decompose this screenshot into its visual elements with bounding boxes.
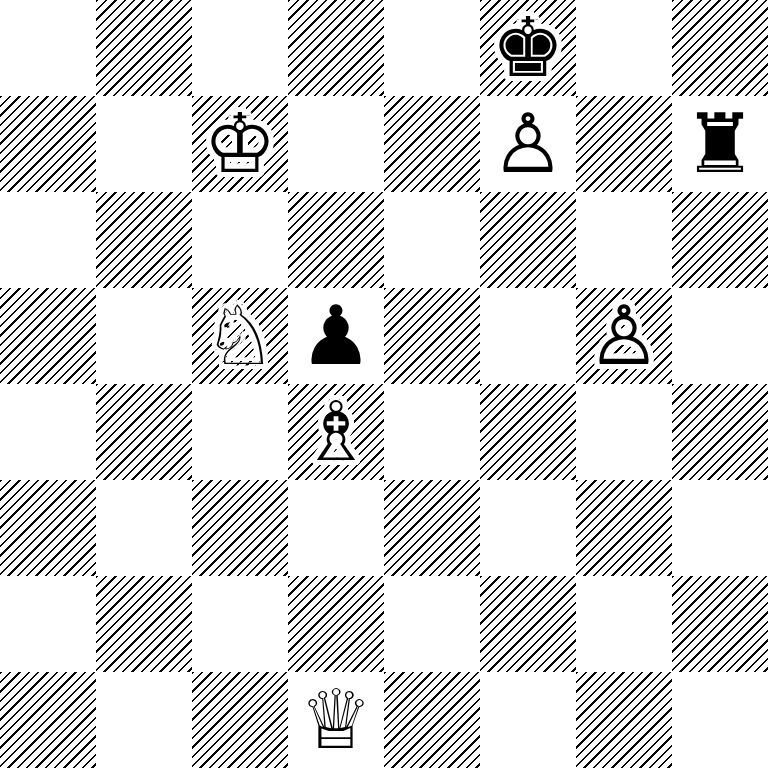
square-c5[interactable]: ♘ xyxy=(192,288,288,384)
square-a1[interactable] xyxy=(0,672,96,768)
square-f4[interactable] xyxy=(480,384,576,480)
square-h8[interactable] xyxy=(672,0,768,96)
square-e8[interactable] xyxy=(384,0,480,96)
square-g2[interactable] xyxy=(576,576,672,672)
square-d8[interactable] xyxy=(288,0,384,96)
square-c4[interactable] xyxy=(192,384,288,480)
square-c6[interactable] xyxy=(192,192,288,288)
square-f6[interactable] xyxy=(480,192,576,288)
square-a4[interactable] xyxy=(0,384,96,480)
square-e2[interactable] xyxy=(384,576,480,672)
white-knight-icon[interactable]: ♘ xyxy=(203,288,277,384)
square-f2[interactable] xyxy=(480,576,576,672)
square-f5[interactable] xyxy=(480,288,576,384)
square-d4[interactable]: ♗ xyxy=(288,384,384,480)
square-h4[interactable] xyxy=(672,384,768,480)
square-f7[interactable]: ♙ xyxy=(480,96,576,192)
square-c8[interactable] xyxy=(192,0,288,96)
square-g4[interactable] xyxy=(576,384,672,480)
square-c2[interactable] xyxy=(192,576,288,672)
square-e7[interactable] xyxy=(384,96,480,192)
square-f8[interactable]: ♚ xyxy=(480,0,576,96)
square-e4[interactable] xyxy=(384,384,480,480)
square-h3[interactable] xyxy=(672,480,768,576)
white-queen-icon[interactable]: ♕ xyxy=(299,672,373,768)
square-h6[interactable] xyxy=(672,192,768,288)
square-c1[interactable] xyxy=(192,672,288,768)
square-b7[interactable] xyxy=(96,96,192,192)
square-b1[interactable] xyxy=(96,672,192,768)
chess-diagram: ♚♔♙♜♘♟♙♗♕ xyxy=(0,0,768,768)
white-pawn-icon[interactable]: ♙ xyxy=(491,96,565,192)
square-b5[interactable] xyxy=(96,288,192,384)
square-d5[interactable]: ♟ xyxy=(288,288,384,384)
square-g7[interactable] xyxy=(576,96,672,192)
square-d6[interactable] xyxy=(288,192,384,288)
square-d7[interactable] xyxy=(288,96,384,192)
square-a2[interactable] xyxy=(0,576,96,672)
white-bishop-icon[interactable]: ♗ xyxy=(299,384,373,480)
square-a7[interactable] xyxy=(0,96,96,192)
square-g6[interactable] xyxy=(576,192,672,288)
square-d2[interactable] xyxy=(288,576,384,672)
white-king-icon[interactable]: ♔ xyxy=(203,96,277,192)
square-e6[interactable] xyxy=(384,192,480,288)
square-a8[interactable] xyxy=(0,0,96,96)
chess-board: ♚♔♙♜♘♟♙♗♕ xyxy=(0,0,768,768)
black-king-icon[interactable]: ♚ xyxy=(491,0,565,96)
square-h7[interactable]: ♜ xyxy=(672,96,768,192)
square-f1[interactable] xyxy=(480,672,576,768)
square-g8[interactable] xyxy=(576,0,672,96)
square-a5[interactable] xyxy=(0,288,96,384)
square-e5[interactable] xyxy=(384,288,480,384)
square-b6[interactable] xyxy=(96,192,192,288)
square-a3[interactable] xyxy=(0,480,96,576)
square-e3[interactable] xyxy=(384,480,480,576)
square-g1[interactable] xyxy=(576,672,672,768)
square-h1[interactable] xyxy=(672,672,768,768)
square-d3[interactable] xyxy=(288,480,384,576)
square-b2[interactable] xyxy=(96,576,192,672)
square-e1[interactable] xyxy=(384,672,480,768)
square-b8[interactable] xyxy=(96,0,192,96)
white-pawn-icon[interactable]: ♙ xyxy=(587,288,661,384)
square-f3[interactable] xyxy=(480,480,576,576)
black-pawn-icon[interactable]: ♟ xyxy=(299,288,373,384)
square-b4[interactable] xyxy=(96,384,192,480)
square-h2[interactable] xyxy=(672,576,768,672)
square-c7[interactable]: ♔ xyxy=(192,96,288,192)
square-b3[interactable] xyxy=(96,480,192,576)
square-a6[interactable] xyxy=(0,192,96,288)
black-rook-icon[interactable]: ♜ xyxy=(683,96,757,192)
square-g3[interactable] xyxy=(576,480,672,576)
square-g5[interactable]: ♙ xyxy=(576,288,672,384)
square-d1[interactable]: ♕ xyxy=(288,672,384,768)
square-h5[interactable] xyxy=(672,288,768,384)
square-c3[interactable] xyxy=(192,480,288,576)
